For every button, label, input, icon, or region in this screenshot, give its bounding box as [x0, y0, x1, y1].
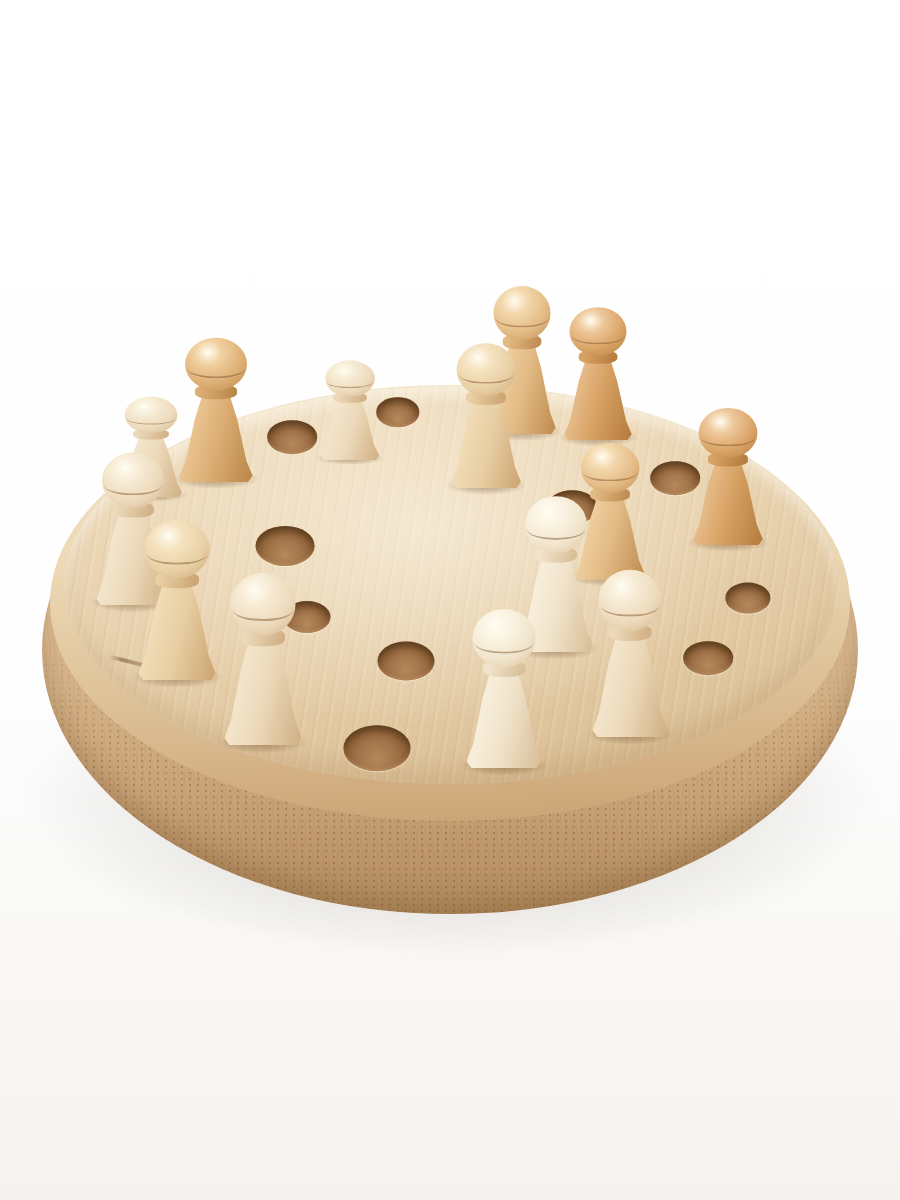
peg-s07[interactable] [176, 338, 256, 482]
peg-head [185, 338, 247, 391]
peg-s08[interactable] [448, 343, 524, 488]
peg-head [457, 343, 516, 396]
peg-head [525, 496, 587, 553]
hole-s19[interactable] [378, 642, 435, 681]
peg-body [590, 635, 670, 737]
peg-s04[interactable] [561, 307, 635, 440]
peg-head-groove [700, 428, 755, 447]
peg-head-groove [582, 463, 637, 482]
peg-head-groove [600, 594, 659, 617]
peg-head [699, 408, 758, 458]
peg-body [464, 671, 544, 768]
peg-head [325, 360, 375, 396]
peg-body [449, 400, 523, 488]
peg-body [562, 359, 634, 440]
peg-s22[interactable] [221, 573, 305, 745]
peg-s05[interactable] [318, 360, 382, 460]
hole-s01[interactable] [376, 397, 419, 427]
peg-head-groove [571, 327, 625, 345]
peg-body [177, 394, 255, 482]
peg-head-groove [458, 364, 513, 384]
peg-body [691, 461, 765, 545]
peg-head-groove [495, 308, 549, 328]
hole-s14[interactable] [725, 583, 770, 614]
hole-s03[interactable] [267, 420, 317, 454]
board-slots-layer [0, 0, 900, 1200]
peg-head-groove [146, 543, 207, 565]
peg-head [569, 307, 626, 356]
memory-chess-board [0, 0, 900, 1200]
peg-head [230, 573, 295, 636]
peg-head [472, 609, 535, 667]
peg-head [125, 397, 178, 434]
product-photo-stage [0, 0, 900, 1200]
peg-head-groove [104, 475, 162, 496]
hole-s23[interactable] [344, 725, 411, 771]
peg-s20[interactable] [135, 520, 219, 680]
peg-s11[interactable] [690, 408, 766, 545]
peg-body [136, 582, 218, 680]
hole-s18[interactable] [683, 641, 733, 675]
peg-head-groove [327, 375, 374, 389]
peg-head [598, 570, 661, 631]
peg-head [102, 452, 164, 508]
peg-head [581, 443, 640, 493]
peg-head-groove [232, 598, 293, 622]
peg-s24[interactable] [463, 609, 545, 768]
peg-body [319, 399, 381, 460]
peg-head-groove [474, 632, 533, 654]
peg-body [222, 640, 304, 745]
peg-s21[interactable] [589, 570, 671, 737]
peg-head-groove [527, 519, 585, 540]
peg-head-groove [187, 359, 245, 379]
hole-s12[interactable] [256, 526, 315, 566]
peg-head [144, 520, 209, 579]
peg-head-groove [126, 411, 176, 425]
peg-head [493, 286, 550, 340]
